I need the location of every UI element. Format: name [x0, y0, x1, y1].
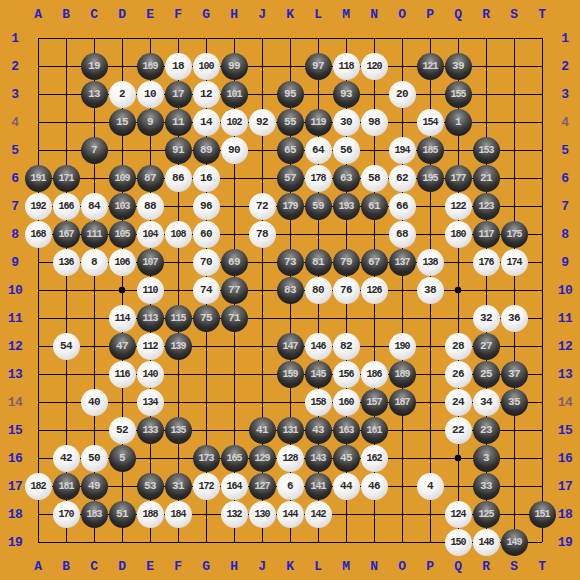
stone-K12[interactable]: 147 [277, 333, 304, 360]
row-label-right-4: 4 [561, 115, 568, 130]
stone-B9[interactable]: 136 [53, 249, 80, 276]
stone-Q3[interactable]: 155 [445, 81, 472, 108]
stone-D3[interactable]: 2 [109, 81, 136, 108]
stone-B16[interactable]: 42 [53, 445, 80, 472]
column-label-top-N: N [370, 7, 377, 22]
column-label-top-P: P [426, 7, 433, 22]
stone-M4[interactable]: 30 [333, 109, 360, 136]
stone-K9[interactable]: 73 [277, 249, 304, 276]
row-label-left-17: 17 [8, 479, 23, 494]
column-label-bottom-Q: Q [454, 559, 461, 574]
row-label-left-5: 5 [11, 143, 18, 158]
row-label-left-18: 18 [8, 507, 23, 522]
stone-B12[interactable]: 54 [53, 333, 80, 360]
stone-H18[interactable]: 132 [221, 501, 248, 528]
stone-J4[interactable]: 92 [249, 109, 276, 136]
stone-O7[interactable]: 66 [389, 193, 416, 220]
stone-J15[interactable]: 41 [249, 417, 276, 444]
column-label-top-D: D [118, 7, 125, 22]
column-label-top-O: O [398, 7, 405, 22]
stone-B7[interactable]: 166 [53, 193, 80, 220]
stone-N15[interactable]: 161 [361, 417, 388, 444]
column-label-bottom-O: O [398, 559, 405, 574]
column-label-top-K: K [286, 7, 293, 22]
column-label-bottom-G: G [202, 559, 209, 574]
stone-N17[interactable]: 46 [361, 473, 388, 500]
row-label-left-16: 16 [8, 451, 23, 466]
stone-E10[interactable]: 110 [137, 277, 164, 304]
column-label-bottom-N: N [370, 559, 377, 574]
column-label-bottom-S: S [510, 559, 517, 574]
stone-F3[interactable]: 17 [165, 81, 192, 108]
stone-N16[interactable]: 162 [361, 445, 388, 472]
stone-J18[interactable]: 130 [249, 501, 276, 528]
stone-B18[interactable]: 170 [53, 501, 80, 528]
stone-L10[interactable]: 80 [305, 277, 332, 304]
stone-G4[interactable]: 14 [193, 109, 220, 136]
stone-R5[interactable]: 153 [473, 137, 500, 164]
stone-P4[interactable]: 154 [417, 109, 444, 136]
column-label-bottom-K: K [286, 559, 293, 574]
row-label-right-6: 6 [561, 171, 568, 186]
stone-D7[interactable]: 103 [109, 193, 136, 220]
column-label-bottom-A: A [34, 559, 41, 574]
row-label-left-13: 13 [8, 367, 23, 382]
stone-D12[interactable]: 47 [109, 333, 136, 360]
stone-R18[interactable]: 125 [473, 501, 500, 528]
stone-E15[interactable]: 133 [137, 417, 164, 444]
row-label-right-12: 12 [558, 339, 573, 354]
stone-O13[interactable]: 189 [389, 361, 416, 388]
stone-S9[interactable]: 174 [501, 249, 528, 276]
stone-G3[interactable]: 12 [193, 81, 220, 108]
stone-E2[interactable]: 169 [137, 53, 164, 80]
row-label-left-11: 11 [8, 311, 23, 326]
stone-F11[interactable]: 115 [165, 305, 192, 332]
stone-G11[interactable]: 75 [193, 305, 220, 332]
stone-A6[interactable]: 191 [25, 165, 52, 192]
stone-E13[interactable]: 140 [137, 361, 164, 388]
row-label-right-10: 10 [558, 283, 573, 298]
stone-S14[interactable]: 35 [501, 389, 528, 416]
stone-E18[interactable]: 188 [137, 501, 164, 528]
stone-Q18[interactable]: 124 [445, 501, 472, 528]
stone-G9[interactable]: 70 [193, 249, 220, 276]
stone-E17[interactable]: 53 [137, 473, 164, 500]
stone-D11[interactable]: 114 [109, 305, 136, 332]
stone-F5[interactable]: 91 [165, 137, 192, 164]
stone-P6[interactable]: 195 [417, 165, 444, 192]
stone-D6[interactable]: 109 [109, 165, 136, 192]
stone-F4[interactable]: 11 [165, 109, 192, 136]
stone-J16[interactable]: 129 [249, 445, 276, 472]
stone-K3[interactable]: 95 [277, 81, 304, 108]
stone-R11[interactable]: 32 [473, 305, 500, 332]
stone-E8[interactable]: 104 [137, 221, 164, 248]
stone-E12[interactable]: 112 [137, 333, 164, 360]
stone-K7[interactable]: 179 [277, 193, 304, 220]
stone-L16[interactable]: 143 [305, 445, 332, 472]
stone-P5[interactable]: 185 [417, 137, 444, 164]
stone-O9[interactable]: 137 [389, 249, 416, 276]
stone-D18[interactable]: 51 [109, 501, 136, 528]
row-label-left-15: 15 [8, 423, 23, 438]
stone-C8[interactable]: 111 [81, 221, 108, 248]
stone-T18[interactable]: 151 [529, 501, 556, 528]
column-label-top-Q: Q [454, 7, 461, 22]
stone-H3[interactable]: 101 [221, 81, 248, 108]
stone-K18[interactable]: 144 [277, 501, 304, 528]
column-label-bottom-R: R [482, 559, 489, 574]
stone-D13[interactable]: 116 [109, 361, 136, 388]
stone-E7[interactable]: 88 [137, 193, 164, 220]
row-label-right-14: 14 [558, 395, 573, 410]
stone-N7[interactable]: 61 [361, 193, 388, 220]
stone-Q13[interactable]: 26 [445, 361, 472, 388]
column-label-top-E: E [146, 7, 153, 22]
stone-O5[interactable]: 194 [389, 137, 416, 164]
stone-H16[interactable]: 165 [221, 445, 248, 472]
stone-M3[interactable]: 93 [333, 81, 360, 108]
stone-J7[interactable]: 72 [249, 193, 276, 220]
stone-Q15[interactable]: 22 [445, 417, 472, 444]
row-label-left-2: 2 [11, 59, 18, 74]
stone-L14[interactable]: 158 [305, 389, 332, 416]
stone-Q7[interactable]: 122 [445, 193, 472, 220]
stone-Q8[interactable]: 180 [445, 221, 472, 248]
row-label-right-3: 3 [561, 87, 568, 102]
stone-D15[interactable]: 52 [109, 417, 136, 444]
stone-S13[interactable]: 37 [501, 361, 528, 388]
stone-Q14[interactable]: 24 [445, 389, 472, 416]
stone-L2[interactable]: 97 [305, 53, 332, 80]
row-label-left-9: 9 [11, 255, 18, 270]
stone-G16[interactable]: 173 [193, 445, 220, 472]
stone-C18[interactable]: 183 [81, 501, 108, 528]
stone-Q6[interactable]: 177 [445, 165, 472, 192]
column-label-bottom-T: T [538, 559, 545, 574]
stone-D9[interactable]: 106 [109, 249, 136, 276]
column-label-top-A: A [34, 7, 41, 22]
stone-E11[interactable]: 113 [137, 305, 164, 332]
stone-E3[interactable]: 10 [137, 81, 164, 108]
stone-B8[interactable]: 167 [53, 221, 80, 248]
stone-M9[interactable]: 79 [333, 249, 360, 276]
row-label-right-2: 2 [561, 59, 568, 74]
stone-F2[interactable]: 18 [165, 53, 192, 80]
stone-M14[interactable]: 160 [333, 389, 360, 416]
star-point-Q10 [455, 287, 461, 293]
stone-S8[interactable]: 175 [501, 221, 528, 248]
stone-Q19[interactable]: 150 [445, 529, 472, 556]
stone-S11[interactable]: 36 [501, 305, 528, 332]
row-label-left-6: 6 [11, 171, 18, 186]
row-label-right-18: 18 [558, 507, 573, 522]
stone-K6[interactable]: 57 [277, 165, 304, 192]
stone-G5[interactable]: 89 [193, 137, 220, 164]
stone-C2[interactable]: 19 [81, 53, 108, 80]
stone-G2[interactable]: 100 [193, 53, 220, 80]
stone-E9[interactable]: 107 [137, 249, 164, 276]
stone-M13[interactable]: 156 [333, 361, 360, 388]
stone-E14[interactable]: 134 [137, 389, 164, 416]
column-label-top-R: R [482, 7, 489, 22]
stone-B17[interactable]: 181 [53, 473, 80, 500]
stone-R15[interactable]: 23 [473, 417, 500, 444]
stone-H11[interactable]: 71 [221, 305, 248, 332]
stone-Q2[interactable]: 39 [445, 53, 472, 80]
stone-L9[interactable]: 81 [305, 249, 332, 276]
stone-R9[interactable]: 176 [473, 249, 500, 276]
row-label-right-17: 17 [558, 479, 573, 494]
column-label-bottom-C: C [90, 559, 97, 574]
row-label-right-8: 8 [561, 227, 568, 242]
stone-L15[interactable]: 43 [305, 417, 332, 444]
stone-K10[interactable]: 83 [277, 277, 304, 304]
stone-N9[interactable]: 67 [361, 249, 388, 276]
column-label-bottom-B: B [62, 559, 69, 574]
row-label-left-12: 12 [8, 339, 23, 354]
column-label-bottom-M: M [342, 559, 349, 574]
stone-M16[interactable]: 45 [333, 445, 360, 472]
column-label-bottom-F: F [174, 559, 181, 574]
column-label-top-G: G [202, 7, 209, 22]
stone-R12[interactable]: 27 [473, 333, 500, 360]
row-label-left-4: 4 [11, 115, 18, 130]
stone-F8[interactable]: 108 [165, 221, 192, 248]
column-label-bottom-P: P [426, 559, 433, 574]
stone-M6[interactable]: 63 [333, 165, 360, 192]
stone-N14[interactable]: 157 [361, 389, 388, 416]
stone-L13[interactable]: 145 [305, 361, 332, 388]
column-label-bottom-E: E [146, 559, 153, 574]
stone-N6[interactable]: 58 [361, 165, 388, 192]
stone-S19[interactable]: 149 [501, 529, 528, 556]
stone-G7[interactable]: 96 [193, 193, 220, 220]
go-board[interactable]: AA11BB22CC33DD44EE55FF66GG77HH88JJ99KK10… [0, 0, 580, 580]
stone-D8[interactable]: 105 [109, 221, 136, 248]
stone-K13[interactable]: 159 [277, 361, 304, 388]
row-label-left-10: 10 [8, 283, 23, 298]
row-label-right-1: 1 [561, 31, 568, 46]
column-label-bottom-H: H [230, 559, 237, 574]
column-label-top-J: J [258, 7, 265, 22]
stone-G8[interactable]: 60 [193, 221, 220, 248]
row-label-left-14: 14 [8, 395, 23, 410]
stone-C14[interactable]: 40 [81, 389, 108, 416]
stone-D4[interactable]: 15 [109, 109, 136, 136]
stone-N4[interactable]: 98 [361, 109, 388, 136]
stone-O3[interactable]: 20 [389, 81, 416, 108]
column-label-top-B: B [62, 7, 69, 22]
stone-G6[interactable]: 16 [193, 165, 220, 192]
stone-P2[interactable]: 121 [417, 53, 444, 80]
stone-E6[interactable]: 87 [137, 165, 164, 192]
stone-C16[interactable]: 50 [81, 445, 108, 472]
column-label-top-F: F [174, 7, 181, 22]
stone-L5[interactable]: 64 [305, 137, 332, 164]
stone-M10[interactable]: 76 [333, 277, 360, 304]
stone-F6[interactable]: 86 [165, 165, 192, 192]
stone-A8[interactable]: 168 [25, 221, 52, 248]
stone-R7[interactable]: 123 [473, 193, 500, 220]
column-label-top-T: T [538, 7, 545, 22]
stone-M7[interactable]: 193 [333, 193, 360, 220]
row-label-left-7: 7 [11, 199, 18, 214]
stone-R17[interactable]: 33 [473, 473, 500, 500]
row-label-right-5: 5 [561, 143, 568, 158]
stone-G10[interactable]: 74 [193, 277, 220, 304]
stone-D16[interactable]: 5 [109, 445, 136, 472]
row-label-left-19: 19 [8, 535, 23, 550]
stone-L12[interactable]: 146 [305, 333, 332, 360]
stone-R14[interactable]: 34 [473, 389, 500, 416]
stone-P9[interactable]: 138 [417, 249, 444, 276]
stone-N13[interactable]: 186 [361, 361, 388, 388]
stone-R13[interactable]: 25 [473, 361, 500, 388]
stone-M2[interactable]: 118 [333, 53, 360, 80]
stone-C5[interactable]: 7 [81, 137, 108, 164]
row-label-right-7: 7 [561, 199, 568, 214]
stone-Q4[interactable]: 1 [445, 109, 472, 136]
stone-C3[interactable]: 13 [81, 81, 108, 108]
stone-Q12[interactable]: 28 [445, 333, 472, 360]
stone-H4[interactable]: 102 [221, 109, 248, 136]
row-label-right-11: 11 [558, 311, 573, 326]
column-label-top-C: C [90, 7, 97, 22]
stone-A17[interactable]: 182 [25, 473, 52, 500]
stone-K15[interactable]: 131 [277, 417, 304, 444]
stone-M5[interactable]: 56 [333, 137, 360, 164]
stone-M15[interactable]: 163 [333, 417, 360, 444]
stone-H9[interactable]: 69 [221, 249, 248, 276]
row-label-left-3: 3 [11, 87, 18, 102]
stone-L7[interactable]: 59 [305, 193, 332, 220]
stone-P17[interactable]: 4 [417, 473, 444, 500]
stone-F18[interactable]: 184 [165, 501, 192, 528]
stone-C7[interactable]: 84 [81, 193, 108, 220]
row-label-right-15: 15 [558, 423, 573, 438]
stone-F12[interactable]: 139 [165, 333, 192, 360]
stone-B6[interactable]: 171 [53, 165, 80, 192]
row-label-right-13: 13 [558, 367, 573, 382]
stone-K16[interactable]: 128 [277, 445, 304, 472]
stone-O14[interactable]: 187 [389, 389, 416, 416]
column-label-top-S: S [510, 7, 517, 22]
stone-K4[interactable]: 55 [277, 109, 304, 136]
stone-N2[interactable]: 120 [361, 53, 388, 80]
stone-L6[interactable]: 178 [305, 165, 332, 192]
stone-O6[interactable]: 62 [389, 165, 416, 192]
row-label-left-8: 8 [11, 227, 18, 242]
stone-O8[interactable]: 68 [389, 221, 416, 248]
stone-F17[interactable]: 31 [165, 473, 192, 500]
stone-J8[interactable]: 78 [249, 221, 276, 248]
stone-L17[interactable]: 141 [305, 473, 332, 500]
stone-R6[interactable]: 21 [473, 165, 500, 192]
column-label-top-H: H [230, 7, 237, 22]
column-label-bottom-D: D [118, 559, 125, 574]
stone-R8[interactable]: 117 [473, 221, 500, 248]
row-label-right-16: 16 [558, 451, 573, 466]
stone-K17[interactable]: 6 [277, 473, 304, 500]
column-label-top-M: M [342, 7, 349, 22]
row-label-left-1: 1 [11, 31, 18, 46]
stone-C9[interactable]: 8 [81, 249, 108, 276]
stone-C17[interactable]: 49 [81, 473, 108, 500]
stone-L4[interactable]: 119 [305, 109, 332, 136]
stone-M12[interactable]: 82 [333, 333, 360, 360]
column-label-top-L: L [314, 7, 321, 22]
stone-N10[interactable]: 126 [361, 277, 388, 304]
stone-H10[interactable]: 77 [221, 277, 248, 304]
stone-M17[interactable]: 44 [333, 473, 360, 500]
stone-L18[interactable]: 142 [305, 501, 332, 528]
stone-A7[interactable]: 192 [25, 193, 52, 220]
column-label-bottom-J: J [258, 559, 265, 574]
stone-E4[interactable]: 9 [137, 109, 164, 136]
stone-F15[interactable]: 135 [165, 417, 192, 444]
stone-H17[interactable]: 164 [221, 473, 248, 500]
stone-G17[interactable]: 172 [193, 473, 220, 500]
star-point-D10 [119, 287, 125, 293]
stone-H2[interactable]: 99 [221, 53, 248, 80]
stone-P10[interactable]: 38 [417, 277, 444, 304]
stone-K5[interactable]: 65 [277, 137, 304, 164]
row-label-right-19: 19 [558, 535, 573, 550]
row-label-right-9: 9 [561, 255, 568, 270]
stone-H5[interactable]: 90 [221, 137, 248, 164]
column-label-bottom-L: L [314, 559, 321, 574]
stone-R16[interactable]: 3 [473, 445, 500, 472]
star-point-Q16 [455, 455, 461, 461]
stone-J17[interactable]: 127 [249, 473, 276, 500]
stone-O12[interactable]: 190 [389, 333, 416, 360]
stone-R19[interactable]: 148 [473, 529, 500, 556]
